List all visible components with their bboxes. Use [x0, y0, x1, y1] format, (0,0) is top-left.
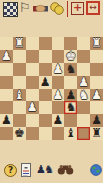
square-a8[interactable]: [0, 37, 13, 50]
square-b1[interactable]: ♚: [13, 127, 26, 140]
notation-lines: [22, 167, 30, 179]
black-piece-f6: ♞: [64, 63, 77, 76]
pieces-button[interactable]: ♟♞: [36, 163, 53, 176]
square-b3[interactable]: [13, 101, 26, 114]
black-piece-h1: ♜: [90, 127, 103, 140]
faces-icon[interactable]: [50, 2, 64, 15]
square-h8[interactable]: ♜: [90, 37, 103, 50]
toolbar-divider: [67, 1, 68, 17]
square-h4[interactable]: ♟: [90, 89, 103, 102]
square-d8[interactable]: [39, 37, 52, 50]
square-f3[interactable]: ♞: [64, 101, 77, 114]
square-e4[interactable]: ♟: [52, 89, 65, 102]
square-d4[interactable]: [39, 89, 52, 102]
square-b6[interactable]: [13, 63, 26, 76]
new-game-board-icon[interactable]: [3, 2, 18, 17]
white-piece-b8: ♜: [13, 37, 26, 50]
square-c6[interactable]: [26, 63, 39, 76]
white-piece-h4: ♟: [90, 89, 103, 102]
square-f7[interactable]: ♚: [64, 50, 77, 63]
black-piece-d5: ♟: [39, 76, 52, 89]
white-piece-a7: ♟: [0, 50, 13, 63]
white-piece-e4: ♟: [52, 89, 65, 102]
square-f6[interactable]: ♞: [64, 63, 77, 76]
white-piece-e6: ♟: [52, 63, 65, 76]
square-f8[interactable]: [64, 37, 77, 50]
square-h1[interactable]: ♜: [90, 127, 103, 140]
white-piece-g5: ♟: [77, 76, 90, 89]
square-e8[interactable]: [52, 37, 65, 50]
square-g5[interactable]: ♟: [77, 76, 90, 89]
white-piece-h8: ♜: [90, 37, 103, 50]
square-c2[interactable]: [26, 114, 39, 127]
square-d7[interactable]: [39, 50, 52, 63]
square-c1[interactable]: [26, 127, 39, 140]
square-b4[interactable]: ♝: [13, 89, 26, 102]
black-piece-f3: ♞: [64, 101, 77, 114]
square-h7[interactable]: [90, 50, 103, 63]
square-d1[interactable]: [39, 127, 52, 140]
square-b5[interactable]: [13, 76, 26, 89]
square-e2[interactable]: ♟: [52, 114, 65, 127]
square-d6[interactable]: [39, 63, 52, 76]
square-e5[interactable]: [52, 76, 65, 89]
black-piece-b1: ♚: [13, 127, 26, 140]
notation-sheet-button[interactable]: [21, 163, 31, 177]
binoculars-button[interactable]: [57, 165, 74, 175]
square-h6[interactable]: [90, 63, 103, 76]
top-toolbar: ⚐ + ↔: [0, 0, 103, 18]
square-g8[interactable]: [77, 37, 90, 50]
square-g3[interactable]: [77, 101, 90, 114]
square-c3[interactable]: ♟: [26, 101, 39, 114]
globe-button[interactable]: [90, 164, 102, 176]
square-a4[interactable]: [0, 89, 13, 102]
square-g7[interactable]: [77, 50, 90, 63]
square-b8[interactable]: ♜: [13, 37, 26, 50]
square-a7[interactable]: ♟: [0, 50, 13, 63]
square-h5[interactable]: [90, 76, 103, 89]
square-e1[interactable]: [52, 127, 65, 140]
chess-board: ♜♜♟♚♟♞♟♟♝♟♟♞♟♟♞♟♟♟♚♝♜: [0, 37, 103, 140]
square-a5[interactable]: [0, 76, 13, 89]
black-piece-f1: ♝: [64, 127, 77, 140]
square-c8[interactable]: [26, 37, 39, 50]
black-piece-a2: ♟: [0, 114, 13, 127]
square-d2[interactable]: [39, 114, 52, 127]
bottom-toolbar: ? ♟♞: [0, 162, 103, 180]
plus-button[interactable]: +: [71, 2, 84, 15]
black-piece-e2: ♟: [52, 114, 65, 127]
white-piece-c3: ♟: [26, 101, 39, 114]
square-a1[interactable]: [0, 127, 13, 140]
handshake-icon[interactable]: [33, 3, 48, 14]
chess-app-screen: { "game": "chess", "position": { "fen": …: [0, 0, 103, 183]
square-b7[interactable]: [13, 50, 26, 63]
help-button[interactable]: ?: [4, 164, 17, 177]
flag-icon[interactable]: ⚐: [19, 1, 31, 15]
square-e7[interactable]: [52, 50, 65, 63]
white-piece-g4: ♞: [77, 89, 90, 102]
square-c5[interactable]: [26, 76, 39, 89]
flip-board-button[interactable]: ↔: [86, 1, 100, 15]
square-g6[interactable]: [77, 63, 90, 76]
square-a6[interactable]: [0, 63, 13, 76]
square-d5[interactable]: ♟: [39, 76, 52, 89]
square-f1[interactable]: ♝: [64, 127, 77, 140]
square-e6[interactable]: ♟: [52, 63, 65, 76]
white-piece-f7: ♚: [64, 50, 77, 63]
square-f5[interactable]: [64, 76, 77, 89]
square-g4[interactable]: ♞: [77, 89, 90, 102]
square-c7[interactable]: [26, 50, 39, 63]
square-d3[interactable]: [39, 101, 52, 114]
square-a2[interactable]: ♟: [0, 114, 13, 127]
square-g1[interactable]: [77, 127, 90, 140]
white-piece-b4: ♝: [13, 89, 26, 102]
square-g2[interactable]: [77, 114, 90, 127]
